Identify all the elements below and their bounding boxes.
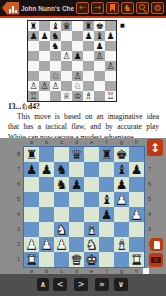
- coord-label: 1: [15, 252, 22, 267]
- square-a1[interactable]: ♜: [24, 252, 39, 267]
- square-g5[interactable]: ♟: [114, 192, 129, 207]
- black-queen: ♛: [62, 22, 70, 31]
- square-a7: ♟: [28, 31, 39, 41]
- square-b6[interactable]: [39, 177, 54, 192]
- coord-label: 7: [15, 162, 22, 177]
- square-d6[interactable]: ♟: [69, 177, 84, 192]
- black-rook: ♜: [101, 148, 113, 161]
- square-g2[interactable]: ♝: [114, 237, 129, 252]
- coord-label: d: [69, 139, 84, 145]
- square-h8[interactable]: [129, 147, 144, 162]
- coord-label: 5: [15, 192, 22, 207]
- app-window: John Nunn's Chess C ← → ♞ ⚙ ♜♝♛♜♚♟♟♞♟♝♟♞…: [0, 0, 166, 296]
- chevron-down-icon: ∨: [118, 281, 125, 289]
- square-a8: ♜: [28, 21, 39, 31]
- white-pawn: ♙: [62, 52, 70, 61]
- nav-up-button[interactable]: ∧: [37, 278, 49, 291]
- square-d3: [61, 71, 72, 81]
- resize-pane-button[interactable]: ↕: [147, 139, 163, 156]
- square-b8[interactable]: [39, 147, 54, 162]
- square-e3: ♙: [72, 71, 83, 81]
- square-c3: ♘: [50, 71, 61, 81]
- previous-move-button[interactable]: <: [53, 278, 67, 291]
- square-e8: [72, 21, 83, 31]
- black-pawn: ♟: [41, 163, 53, 176]
- podium-bar: [12, 6, 14, 13]
- square-h4: ♙: [105, 61, 116, 71]
- gear-icon: ⚙: [153, 4, 161, 13]
- square-b5: [39, 51, 50, 61]
- square-c4: [50, 61, 61, 71]
- coord-label: 2: [15, 237, 22, 252]
- square-a3[interactable]: [24, 222, 39, 237]
- square-b4: [39, 61, 50, 71]
- coord-label: c: [54, 139, 69, 145]
- coord-label: 4: [146, 207, 153, 222]
- square-h5: [105, 51, 116, 61]
- square-c7: ♞: [50, 31, 61, 41]
- square-c6[interactable]: ♞: [54, 177, 69, 192]
- settings-button[interactable]: ⚙: [151, 2, 164, 14]
- chevron-right-icon: >: [78, 281, 85, 289]
- square-g8: ♚: [94, 21, 105, 31]
- white-pawn: ♟: [116, 193, 128, 206]
- black-knight: ♞: [51, 42, 59, 51]
- coord-label: b: [39, 139, 54, 145]
- coord-label: 3: [15, 222, 22, 237]
- black-rook: ♜: [26, 148, 38, 161]
- square-a7[interactable]: ♟: [24, 162, 39, 177]
- square-d1[interactable]: ♛: [69, 252, 84, 267]
- square-a6: [28, 41, 39, 51]
- square-e1[interactable]: ♚: [84, 252, 99, 267]
- white-pawn: ♟: [131, 208, 143, 221]
- square-h1[interactable]: ♜: [129, 252, 144, 267]
- square-b4[interactable]: [39, 207, 54, 222]
- square-e1: ♔: [72, 91, 83, 101]
- square-g5: ♙: [94, 51, 105, 61]
- square-a6[interactable]: [24, 177, 39, 192]
- square-b1: [39, 91, 50, 101]
- white-rook: ♖: [29, 92, 37, 101]
- square-b8: [39, 21, 50, 31]
- square-f1: ♗: [83, 91, 94, 101]
- black-pawn: ♟: [101, 208, 113, 221]
- square-a2: ♙: [28, 81, 39, 91]
- square-d5: ♙: [61, 51, 72, 61]
- white-knight: ♘: [73, 82, 81, 91]
- square-h2: [105, 81, 116, 91]
- coord-label: 5: [146, 192, 153, 207]
- square-h5[interactable]: [129, 192, 144, 207]
- square-f8: ♜: [83, 21, 94, 31]
- square-c4[interactable]: [54, 207, 69, 222]
- square-f2[interactable]: [99, 237, 114, 252]
- square-f4[interactable]: ♟: [99, 207, 114, 222]
- square-a3: [28, 71, 39, 81]
- coord-label: f: [99, 139, 114, 145]
- fast-forward-button[interactable]: »: [95, 278, 109, 291]
- square-g2: [94, 81, 105, 91]
- white-pawn: ♟: [41, 238, 53, 251]
- black-rook: ♜: [84, 22, 92, 31]
- white-bishop: ♝: [116, 238, 128, 251]
- white-pawn: ♟: [56, 238, 68, 251]
- square-h6[interactable]: [129, 177, 144, 192]
- square-f1[interactable]: [99, 252, 114, 267]
- black-pawn: ♟: [106, 32, 114, 41]
- square-f6: [83, 41, 94, 51]
- black-knight: ♞: [51, 32, 59, 41]
- square-d6: [61, 41, 72, 51]
- square-c7[interactable]: ♞: [54, 162, 69, 177]
- black-king: ♚: [116, 148, 128, 161]
- black-pawn: ♟: [26, 163, 38, 176]
- square-e2[interactable]: ♞: [84, 237, 99, 252]
- coord-label: 3: [146, 222, 153, 237]
- square-b3: [39, 71, 50, 81]
- square-h3: [105, 71, 116, 81]
- square-b7: ♟: [39, 31, 50, 41]
- square-e7[interactable]: [84, 162, 99, 177]
- square-d5[interactable]: [69, 192, 84, 207]
- coord-label: 8: [15, 147, 22, 162]
- black-bishop: ♝: [116, 163, 128, 176]
- copy-position-button[interactable]: [150, 238, 163, 251]
- podium-bar: [15, 10, 17, 13]
- square-b1[interactable]: [39, 252, 54, 267]
- chevron-up-icon: ∧: [40, 281, 47, 289]
- podium-bar: [9, 9, 11, 13]
- black-pawn: ♟: [40, 32, 48, 41]
- square-g1: [94, 91, 105, 101]
- square-d2[interactable]: [69, 237, 84, 252]
- black-pawn: ♟: [84, 32, 92, 41]
- square-e7: [72, 31, 83, 41]
- black-bishop: ♝: [95, 32, 103, 41]
- square-e6[interactable]: [84, 177, 99, 192]
- analysis-board[interactable]: ♜♛♜♚♟♟♞♝♟♞♟♟♝♟♟♟♞♝♟♟♟♞♝♜♛♚♜: [23, 146, 145, 268]
- book-reader-pane[interactable]: ♜♝♛♜♚♟♟♞♟♝♟♞♟♙♟♙♙♘♙♙♙♙♘♖♕♔♗♖ ■ 13...♘d4?…: [0, 18, 166, 138]
- square-f3: [83, 71, 94, 81]
- coord-label: e: [84, 139, 99, 145]
- square-h7: ♟: [105, 31, 116, 41]
- square-d8: ♛: [61, 21, 72, 31]
- white-knight: ♘: [51, 72, 59, 81]
- coord-label: g: [114, 139, 129, 145]
- square-b2[interactable]: ♟: [39, 237, 54, 252]
- commentary-line: This move is based on an imaginative ide…: [8, 112, 159, 122]
- black-pawn: ♟: [29, 32, 37, 41]
- white-pawn: ♟: [26, 238, 38, 251]
- square-e4: [72, 61, 83, 71]
- forward-button[interactable]: →: [91, 2, 104, 14]
- coord-label: 4: [15, 207, 22, 222]
- commentary-paragraph: This move is based on an imaginative ide…: [8, 112, 159, 138]
- black-pawn: ♟: [71, 178, 83, 191]
- square-c8: ♝: [50, 21, 61, 31]
- square-b7[interactable]: ♟: [39, 162, 54, 177]
- square-d4[interactable]: [69, 207, 84, 222]
- square-g1[interactable]: [114, 252, 129, 267]
- square-d1: ♕: [61, 91, 72, 101]
- top-toolbar: John Nunn's Chess C ← → ♞ ⚙: [0, 0, 166, 16]
- square-e6: [72, 41, 83, 51]
- black-bishop: ♝: [101, 193, 113, 206]
- white-bishop: ♗: [84, 92, 92, 101]
- search-button[interactable]: [136, 2, 149, 14]
- square-h6: [105, 41, 116, 51]
- bookmark-button[interactable]: [106, 2, 119, 14]
- white-pawn: ♙: [51, 82, 59, 91]
- square-a5[interactable]: [24, 192, 39, 207]
- white-bishop: ♝: [86, 223, 98, 236]
- square-c6: ♞: [50, 41, 61, 51]
- square-d2: [61, 81, 72, 91]
- coord-label: 7: [146, 162, 153, 177]
- square-g4: [94, 61, 105, 71]
- move-navigation-bar: ∧ < > » ∨: [0, 274, 166, 296]
- up-down-arrow-icon: ↕: [150, 141, 160, 155]
- square-d4: [61, 61, 72, 71]
- square-a5: [28, 51, 39, 61]
- square-h1: ♖: [105, 91, 116, 101]
- white-rook: ♜: [26, 253, 38, 266]
- square-c3[interactable]: ♞: [54, 222, 69, 237]
- square-a4[interactable]: [24, 207, 39, 222]
- square-f8[interactable]: ♜: [99, 147, 114, 162]
- white-pawn: ♙: [95, 52, 103, 61]
- square-b2: ♙: [39, 81, 50, 91]
- square-g6: ♟: [94, 41, 105, 51]
- white-rook: ♜: [131, 253, 143, 266]
- square-b5[interactable]: [39, 192, 54, 207]
- square-e2: ♘: [72, 81, 83, 91]
- square-d3[interactable]: [69, 222, 84, 237]
- coord-label: 6: [15, 177, 22, 192]
- black-pawn: ♟: [95, 42, 103, 51]
- square-h2[interactable]: [129, 237, 144, 252]
- back-arrow-icon: ←: [79, 4, 86, 12]
- file-labels-top: abcdefgh: [24, 139, 144, 145]
- square-g3: [94, 71, 105, 81]
- square-c5: [50, 51, 61, 61]
- white-knight: ♞: [56, 223, 68, 236]
- square-a8[interactable]: ♜: [24, 147, 39, 162]
- white-pawn: ♙: [40, 82, 48, 91]
- white-pawn: ♙: [106, 62, 114, 71]
- square-d7[interactable]: [69, 162, 84, 177]
- square-c5[interactable]: [54, 192, 69, 207]
- square-f5: [83, 51, 94, 61]
- rank-labels-left: 87654321: [15, 147, 22, 267]
- engine-button[interactable]: ♞: [121, 2, 134, 14]
- white-rook: ♖: [106, 92, 114, 101]
- square-g7[interactable]: ♝: [114, 162, 129, 177]
- square-a1: ♖: [28, 91, 39, 101]
- square-h4[interactable]: ♟: [129, 207, 144, 222]
- back-button[interactable]: ←: [76, 2, 89, 14]
- square-f7[interactable]: [99, 162, 114, 177]
- coord-label: 6: [146, 177, 153, 192]
- black-queen: ♛: [71, 148, 83, 161]
- square-g6[interactable]: ♟: [114, 177, 129, 192]
- chevron-left-icon: <: [57, 281, 64, 289]
- search-icon: [139, 4, 147, 12]
- square-f2: [83, 81, 94, 91]
- square-f5[interactable]: ♝: [99, 192, 114, 207]
- square-f7: ♟: [83, 31, 94, 41]
- analysis-board-pane: abcdefgh 87654321 ♜♛♜♚♟♟♞♝♟♞♟♟♝♟♟♟♞♝♟♟♟♞…: [0, 138, 166, 274]
- double-chevron-right-icon: »: [99, 280, 105, 289]
- square-c2: ♙: [50, 81, 61, 91]
- commentary-line: that has a tactical flaw, and by accurat…: [8, 122, 159, 132]
- square-g3[interactable]: [114, 222, 129, 237]
- square-f4: [83, 61, 94, 71]
- square-g8[interactable]: ♚: [114, 147, 129, 162]
- square-h3[interactable]: [129, 222, 144, 237]
- square-c1: [50, 91, 61, 101]
- app-logo-icon[interactable]: [2, 2, 19, 15]
- black-bishop: ♝: [51, 22, 59, 31]
- knight-icon: ♞: [123, 4, 131, 13]
- square-c2[interactable]: ♟: [54, 237, 69, 252]
- black-pawn: ♟: [116, 178, 128, 191]
- square-b3[interactable]: [39, 222, 54, 237]
- square-c1[interactable]: [54, 252, 69, 267]
- square-d7: [61, 31, 72, 41]
- camera-icon: [151, 257, 161, 263]
- white-king: ♚: [86, 253, 98, 266]
- white-knight: ♞: [86, 238, 98, 251]
- square-e8[interactable]: [84, 147, 99, 162]
- white-pawn: ♙: [73, 72, 81, 81]
- square-g7: ♝: [94, 31, 105, 41]
- side-to-move-marker: ■: [120, 23, 125, 28]
- nav-down-button[interactable]: ∨: [114, 278, 128, 291]
- book-title: John Nunn's Chess C: [21, 5, 74, 12]
- black-knight: ♞: [56, 163, 68, 176]
- white-king: ♔: [73, 92, 81, 101]
- square-d8[interactable]: ♛: [69, 147, 84, 162]
- square-e3[interactable]: ♝: [84, 222, 99, 237]
- black-king: ♚: [95, 22, 103, 31]
- square-f3[interactable]: [99, 222, 114, 237]
- square-b6: [39, 41, 50, 51]
- square-c8[interactable]: [54, 147, 69, 162]
- black-rook: ♜: [29, 22, 37, 31]
- move-heading: 13...♘d4?: [8, 102, 40, 111]
- black-pawn: ♟: [131, 163, 143, 176]
- camera-button[interactable]: [149, 253, 163, 267]
- black-pawn: ♟: [73, 52, 81, 61]
- square-e5[interactable]: [84, 192, 99, 207]
- white-pawn: ♙: [29, 82, 37, 91]
- bookmark-icon: [110, 4, 115, 12]
- square-e4[interactable]: [84, 207, 99, 222]
- square-a4: [28, 61, 39, 71]
- document-icon: [154, 241, 160, 249]
- black-knight: ♞: [56, 178, 68, 191]
- square-a2[interactable]: ♟: [24, 237, 39, 252]
- square-f6[interactable]: [99, 177, 114, 192]
- next-move-button[interactable]: >: [74, 278, 88, 291]
- square-e5: ♟: [72, 51, 83, 61]
- coord-label: h: [129, 139, 144, 145]
- white-queen: ♕: [62, 92, 70, 101]
- square-g4[interactable]: [114, 207, 129, 222]
- coord-label: a: [24, 139, 39, 145]
- book-diagram-board: ♜♝♛♜♚♟♟♞♟♝♟♞♟♙♟♙♙♘♙♙♙♙♘♖♕♔♗♖: [27, 20, 117, 102]
- white-queen: ♛: [71, 253, 83, 266]
- forward-arrow-icon: →: [94, 4, 101, 12]
- square-h8: [105, 21, 116, 31]
- square-h7[interactable]: ♟: [129, 162, 144, 177]
